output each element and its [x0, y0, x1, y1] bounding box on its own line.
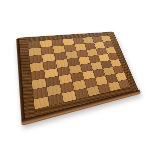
photo-stage: [0, 0, 155, 155]
chess-board: [19, 32, 138, 119]
chess-board-photo: [0, 0, 155, 155]
